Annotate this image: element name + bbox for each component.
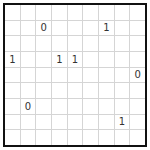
- cell-r2c4[interactable]: [52, 21, 67, 36]
- cell-r5c2[interactable]: [21, 68, 36, 83]
- cell-r5c1[interactable]: [5, 68, 20, 83]
- cell-r5c6[interactable]: [83, 68, 98, 83]
- cell-r3c8[interactable]: [115, 36, 130, 51]
- cell-r7c7[interactable]: [99, 99, 114, 114]
- cell-r2c8[interactable]: [115, 21, 130, 36]
- cell-r8c7[interactable]: [99, 115, 114, 130]
- cell-r5c7[interactable]: [99, 68, 114, 83]
- cell-r6c4[interactable]: [52, 83, 67, 98]
- cell-r4c8[interactable]: [115, 52, 130, 67]
- cell-r8c9[interactable]: [130, 115, 145, 130]
- cell-r2c6[interactable]: [83, 21, 98, 36]
- cell-r1c4[interactable]: [52, 5, 67, 20]
- cell-r6c3[interactable]: [36, 83, 51, 98]
- cell-r3c1[interactable]: [5, 36, 20, 51]
- cell-r9c2[interactable]: [21, 130, 36, 145]
- cell-r3c7[interactable]: [99, 36, 114, 51]
- cell-r3c4[interactable]: [52, 36, 67, 51]
- cell-r1c5[interactable]: [68, 5, 83, 20]
- cell-r3c9[interactable]: [130, 36, 145, 51]
- cell-r5c3[interactable]: [36, 68, 51, 83]
- cell-r2c5[interactable]: [68, 21, 83, 36]
- cell-r6c7[interactable]: [99, 83, 114, 98]
- cell-r9c3[interactable]: [36, 130, 51, 145]
- cell-r1c7[interactable]: [99, 5, 114, 20]
- cell-r4c9[interactable]: [130, 52, 145, 67]
- cell-r9c5[interactable]: [68, 130, 83, 145]
- cell-r5c4[interactable]: [52, 68, 67, 83]
- cell-r6c8[interactable]: [115, 83, 130, 98]
- puzzle-stage: 01111001: [0, 0, 150, 150]
- cell-r6c1[interactable]: [5, 83, 20, 98]
- cell-r9c6[interactable]: [83, 130, 98, 145]
- cell-r2c1[interactable]: [5, 21, 20, 36]
- cell-r1c1[interactable]: [5, 5, 20, 20]
- cell-r2c3: 0: [36, 21, 51, 36]
- cell-r2c7: 1: [99, 21, 114, 36]
- cell-r4c4: 1: [52, 52, 67, 67]
- cell-r7c2: 0: [21, 99, 36, 114]
- cell-r3c2[interactable]: [21, 36, 36, 51]
- cell-r5c9: 0: [130, 68, 145, 83]
- cell-r3c3[interactable]: [36, 36, 51, 51]
- cell-r1c6[interactable]: [83, 5, 98, 20]
- cell-r1c2[interactable]: [21, 5, 36, 20]
- cell-r9c1[interactable]: [5, 130, 20, 145]
- cell-r8c8: 1: [115, 115, 130, 130]
- cell-r6c6[interactable]: [83, 83, 98, 98]
- cell-r1c3[interactable]: [36, 5, 51, 20]
- cell-r7c5[interactable]: [68, 99, 83, 114]
- cell-r7c6[interactable]: [83, 99, 98, 114]
- puzzle-board: 01111001: [3, 3, 147, 147]
- cell-r9c7[interactable]: [99, 130, 114, 145]
- cell-r6c5[interactable]: [68, 83, 83, 98]
- cell-r4c6[interactable]: [83, 52, 98, 67]
- cell-r5c5[interactable]: [68, 68, 83, 83]
- cell-r8c3[interactable]: [36, 115, 51, 130]
- cell-r7c1[interactable]: [5, 99, 20, 114]
- cell-r7c9[interactable]: [130, 99, 145, 114]
- cell-r5c8[interactable]: [115, 68, 130, 83]
- cell-r8c6[interactable]: [83, 115, 98, 130]
- cell-r4c5: 1: [68, 52, 83, 67]
- cell-r8c4[interactable]: [52, 115, 67, 130]
- cell-r3c5[interactable]: [68, 36, 83, 51]
- cell-r9c9[interactable]: [130, 130, 145, 145]
- cell-r7c3[interactable]: [36, 99, 51, 114]
- cell-r6c2[interactable]: [21, 83, 36, 98]
- cell-r2c2[interactable]: [21, 21, 36, 36]
- cell-r1c9[interactable]: [130, 5, 145, 20]
- cell-r8c5[interactable]: [68, 115, 83, 130]
- cell-r7c4[interactable]: [52, 99, 67, 114]
- cell-r9c8[interactable]: [115, 130, 130, 145]
- cell-r8c1[interactable]: [5, 115, 20, 130]
- cell-r2c9[interactable]: [130, 21, 145, 36]
- cell-r8c2[interactable]: [21, 115, 36, 130]
- cell-r4c2[interactable]: [21, 52, 36, 67]
- cell-r7c8[interactable]: [115, 99, 130, 114]
- cell-r1c8[interactable]: [115, 5, 130, 20]
- cell-r9c4[interactable]: [52, 130, 67, 145]
- cell-r3c6[interactable]: [83, 36, 98, 51]
- cell-r4c7[interactable]: [99, 52, 114, 67]
- cell-r4c3[interactable]: [36, 52, 51, 67]
- cell-r4c1: 1: [5, 52, 20, 67]
- cell-r6c9[interactable]: [130, 83, 145, 98]
